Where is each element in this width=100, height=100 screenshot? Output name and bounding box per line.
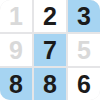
- sudoku-cell-r1c1[interactable]: 7: [34, 34, 66, 66]
- sudoku-cell-r0c1[interactable]: 2: [34, 0, 66, 32]
- sudoku-cell-r1c0[interactable]: 9: [0, 34, 32, 66]
- sudoku-cell-r0c2[interactable]: 3: [68, 0, 100, 32]
- sudoku-cell-r2c2[interactable]: 6: [68, 68, 100, 100]
- sudoku-cell-r2c0[interactable]: 8: [0, 68, 32, 100]
- sudoku-cell-r2c1[interactable]: 8: [34, 68, 66, 100]
- sudoku-cell-r1c2[interactable]: 5: [68, 34, 100, 66]
- sudoku-cell-r0c0[interactable]: 1: [0, 0, 32, 32]
- sudoku-grid: 1 2 3 9 7 5 8 8 6: [0, 0, 100, 100]
- sudoku-board: 1 2 3 9 7 5 8 8 6: [0, 0, 100, 100]
